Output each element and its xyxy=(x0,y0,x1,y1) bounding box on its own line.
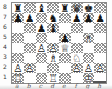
square-h6[interactable] xyxy=(94,23,106,33)
white-bishop-piece: ♗ xyxy=(83,33,95,43)
square-h5[interactable] xyxy=(94,33,106,43)
square-a6[interactable] xyxy=(12,23,24,33)
white-pawn-piece: ♙ xyxy=(24,63,36,73)
black-pawn-piece: ♟ xyxy=(83,13,95,23)
file-label-e: e xyxy=(58,83,70,89)
square-g5[interactable]: ♝♗ xyxy=(83,33,95,43)
rank-label-2: 2 xyxy=(0,62,10,72)
black-pawn-piece: ♟ xyxy=(24,13,36,23)
rank-label-7: 7 xyxy=(0,12,10,22)
square-d3[interactable]: ♝♗ xyxy=(47,53,59,63)
rank-label-1: 1 xyxy=(0,72,10,82)
square-c8[interactable]: ♝ xyxy=(36,3,48,13)
white-pawn-piece: ♙ xyxy=(36,43,48,53)
square-b2[interactable]: ♟♙ xyxy=(24,63,36,73)
file-label-g: g xyxy=(82,83,94,89)
square-c6[interactable]: ♟ xyxy=(36,23,48,33)
square-c3[interactable] xyxy=(36,53,48,63)
square-b5[interactable] xyxy=(24,33,36,43)
square-a7[interactable]: ♟ xyxy=(12,13,24,23)
square-f5[interactable] xyxy=(71,33,83,43)
rank-label-8: 8 xyxy=(0,2,10,12)
square-b7[interactable]: ♟ xyxy=(24,13,36,23)
rank-labels: 87654321 xyxy=(0,2,10,82)
file-label-d: d xyxy=(46,83,58,89)
white-bishop-piece: ♗ xyxy=(47,53,59,63)
black-pawn-piece: ♟ xyxy=(94,13,106,23)
square-g4[interactable] xyxy=(83,43,95,53)
black-bishop-piece: ♝ xyxy=(47,23,59,33)
white-pawn-piece: ♙ xyxy=(94,63,106,73)
rank-label-6: 6 xyxy=(0,22,10,32)
square-b4[interactable] xyxy=(24,43,36,53)
square-d6[interactable]: ♝ xyxy=(47,23,59,33)
square-a5[interactable] xyxy=(12,33,24,43)
square-e3[interactable] xyxy=(59,53,71,63)
file-label-b: b xyxy=(23,83,35,89)
square-a4[interactable] xyxy=(12,43,24,53)
file-labels: abcdefgh xyxy=(11,83,105,89)
square-h4[interactable] xyxy=(94,43,106,53)
square-e7[interactable] xyxy=(59,13,71,23)
rank-label-5: 5 xyxy=(0,32,10,42)
file-label-f: f xyxy=(70,83,82,89)
chess-board: ♜♝♜♛♚♟♟♞♟♟♟♟♝♟♝♗♟♙♟♙♛♕♝♗♞♘♟♙♟♙♟♙♟♙♟♙♜♖♜♖… xyxy=(11,2,107,84)
square-f7[interactable]: ♟ xyxy=(71,13,83,23)
square-h2[interactable]: ♟♙ xyxy=(94,63,106,73)
black-pawn-piece: ♟ xyxy=(71,13,83,23)
square-h7[interactable]: ♟ xyxy=(94,13,106,23)
square-b6[interactable] xyxy=(24,23,36,33)
square-c2[interactable] xyxy=(36,63,48,73)
black-rook-piece: ♜ xyxy=(59,3,71,13)
black-pawn-piece: ♟ xyxy=(36,23,48,33)
black-pawn-piece: ♟ xyxy=(12,13,24,23)
square-g7[interactable]: ♟ xyxy=(83,13,95,23)
square-f2[interactable]: ♟♙ xyxy=(71,63,83,73)
square-e8[interactable]: ♜ xyxy=(59,3,71,13)
black-bishop-piece: ♝ xyxy=(36,3,48,13)
file-label-h: h xyxy=(93,83,105,89)
white-pawn-piece: ♙ xyxy=(71,63,83,73)
white-queen-piece: ♕ xyxy=(59,43,71,53)
chess-diagram: 87654321 ♜♝♜♛♚♟♟♞♟♟♟♟♝♟♝♗♟♙♟♙♛♕♝♗♞♘♟♙♟♙♟… xyxy=(0,0,112,89)
square-f6[interactable] xyxy=(71,23,83,33)
square-c4[interactable]: ♟♙ xyxy=(36,43,48,53)
board-bottom-border-mark xyxy=(93,81,106,83)
rank-label-4: 4 xyxy=(0,42,10,52)
square-e4[interactable]: ♛♕ xyxy=(59,43,71,53)
file-label-a: a xyxy=(11,83,23,89)
rank-label-3: 3 xyxy=(0,52,10,62)
square-e2[interactable] xyxy=(59,63,71,73)
file-label-c: c xyxy=(35,83,47,89)
